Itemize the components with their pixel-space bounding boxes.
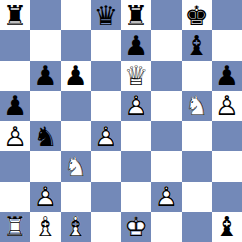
square-f4[interactable] (151, 121, 181, 151)
square-f3[interactable] (151, 151, 181, 181)
square-g1[interactable] (182, 212, 212, 242)
square-d2[interactable] (91, 182, 121, 212)
piece-body: ♚ (182, 0, 212, 30)
square-a4[interactable]: ♟♙ (0, 121, 30, 151)
square-g4[interactable] (182, 121, 212, 151)
piece-outline: ♗ (30, 212, 60, 242)
square-h6[interactable]: ♟ (212, 61, 242, 91)
piece-outline: ♙ (0, 121, 30, 151)
square-c1[interactable]: ♝♗ (61, 212, 91, 242)
black-pawn-piece[interactable]: ♟ (30, 61, 60, 91)
piece-outline: ♙ (212, 91, 242, 121)
chess-board: ♜♛♜♚♟♝♟♟♛♕♟♟♟♙♞♘♟♙♟♙♞♟♙♞♘♟♙♟♙♜♖♝♗♝♗♚♔♝ (0, 0, 242, 242)
black-rook-piece[interactable]: ♜ (121, 0, 151, 30)
white-knight-piece[interactable]: ♞♘ (182, 91, 212, 121)
square-f8[interactable] (151, 0, 181, 30)
white-king-piece[interactable]: ♚♔ (121, 212, 151, 242)
white-pawn-piece[interactable]: ♟♙ (0, 121, 30, 151)
square-h5[interactable]: ♟♙ (212, 91, 242, 121)
square-h2[interactable] (212, 182, 242, 212)
piece-outline: ♙ (151, 182, 181, 212)
square-b5[interactable] (30, 91, 60, 121)
square-h7[interactable] (212, 30, 242, 60)
square-b8[interactable] (30, 0, 60, 30)
square-d1[interactable] (91, 212, 121, 242)
piece-outline: ♙ (91, 121, 121, 151)
white-rook-piece[interactable]: ♜♖ (0, 212, 30, 242)
black-pawn-piece[interactable]: ♟ (61, 61, 91, 91)
square-b4[interactable]: ♞ (30, 121, 60, 151)
black-queen-piece[interactable]: ♛ (91, 0, 121, 30)
square-h8[interactable] (212, 0, 242, 30)
square-e2[interactable] (121, 182, 151, 212)
square-e1[interactable]: ♚♔ (121, 212, 151, 242)
square-g7[interactable]: ♝ (182, 30, 212, 60)
square-c6[interactable]: ♟ (61, 61, 91, 91)
white-pawn-piece[interactable]: ♟♙ (212, 91, 242, 121)
square-a3[interactable] (0, 151, 30, 181)
black-pawn-piece[interactable]: ♟ (0, 91, 30, 121)
square-g6[interactable] (182, 61, 212, 91)
piece-body: ♟ (30, 61, 60, 91)
square-f6[interactable] (151, 61, 181, 91)
square-a2[interactable] (0, 182, 30, 212)
black-bishop-piece[interactable]: ♝ (212, 212, 242, 242)
square-e7[interactable]: ♟ (121, 30, 151, 60)
white-bishop-piece[interactable]: ♝♗ (61, 212, 91, 242)
square-b3[interactable] (30, 151, 60, 181)
square-g2[interactable] (182, 182, 212, 212)
square-a5[interactable]: ♟ (0, 91, 30, 121)
white-pawn-piece[interactable]: ♟♙ (121, 91, 151, 121)
square-e8[interactable]: ♜ (121, 0, 151, 30)
square-b6[interactable]: ♟ (30, 61, 60, 91)
square-b7[interactable] (30, 30, 60, 60)
square-d8[interactable]: ♛ (91, 0, 121, 30)
piece-outline: ♙ (30, 182, 60, 212)
piece-body: ♛ (91, 0, 121, 30)
square-d4[interactable]: ♟♙ (91, 121, 121, 151)
square-e5[interactable]: ♟♙ (121, 91, 151, 121)
white-queen-piece[interactable]: ♛♕ (121, 61, 151, 91)
white-pawn-piece[interactable]: ♟♙ (151, 182, 181, 212)
black-rook-piece[interactable]: ♜ (0, 0, 30, 30)
square-h3[interactable] (212, 151, 242, 181)
square-h4[interactable] (212, 121, 242, 151)
square-g5[interactable]: ♞♘ (182, 91, 212, 121)
square-d3[interactable] (91, 151, 121, 181)
black-bishop-piece[interactable]: ♝ (182, 30, 212, 60)
square-c7[interactable] (61, 30, 91, 60)
square-f1[interactable] (151, 212, 181, 242)
piece-outline: ♘ (182, 91, 212, 121)
piece-body: ♟ (121, 30, 151, 60)
black-king-piece[interactable]: ♚ (182, 0, 212, 30)
square-e6[interactable]: ♛♕ (121, 61, 151, 91)
square-g3[interactable] (182, 151, 212, 181)
square-a1[interactable]: ♜♖ (0, 212, 30, 242)
piece-body: ♟ (212, 61, 242, 91)
piece-body: ♝ (182, 30, 212, 60)
piece-outline: ♖ (0, 212, 30, 242)
square-e3[interactable] (121, 151, 151, 181)
square-a8[interactable]: ♜ (0, 0, 30, 30)
piece-outline: ♔ (121, 212, 151, 242)
square-c5[interactable] (61, 91, 91, 121)
black-pawn-piece[interactable]: ♟ (121, 30, 151, 60)
square-b1[interactable]: ♝♗ (30, 212, 60, 242)
piece-body: ♜ (121, 0, 151, 30)
square-c4[interactable] (61, 121, 91, 151)
square-f2[interactable]: ♟♙ (151, 182, 181, 212)
piece-body: ♟ (0, 91, 30, 121)
piece-body: ♝ (212, 212, 242, 242)
square-c2[interactable] (61, 182, 91, 212)
square-c3[interactable]: ♞♘ (61, 151, 91, 181)
square-d5[interactable] (91, 91, 121, 121)
piece-body: ♟ (61, 61, 91, 91)
white-knight-piece[interactable]: ♞♘ (61, 151, 91, 181)
square-f7[interactable] (151, 30, 181, 60)
piece-outline: ♕ (121, 61, 151, 91)
square-b2[interactable]: ♟♙ (30, 182, 60, 212)
square-c8[interactable] (61, 0, 91, 30)
black-pawn-piece[interactable]: ♟ (212, 61, 242, 91)
square-a6[interactable] (0, 61, 30, 91)
piece-outline: ♙ (121, 91, 151, 121)
black-knight-piece[interactable]: ♞ (30, 121, 60, 151)
square-a7[interactable] (0, 30, 30, 60)
square-e4[interactable] (121, 121, 151, 151)
white-pawn-piece[interactable]: ♟♙ (91, 121, 121, 151)
square-g8[interactable]: ♚ (182, 0, 212, 30)
piece-outline: ♗ (61, 212, 91, 242)
piece-outline: ♘ (61, 151, 91, 181)
square-d7[interactable] (91, 30, 121, 60)
square-h1[interactable]: ♝ (212, 212, 242, 242)
white-bishop-piece[interactable]: ♝♗ (30, 212, 60, 242)
piece-body: ♞ (30, 121, 60, 151)
square-f5[interactable] (151, 91, 181, 121)
white-pawn-piece[interactable]: ♟♙ (30, 182, 60, 212)
piece-body: ♜ (0, 0, 30, 30)
square-d6[interactable] (91, 61, 121, 91)
